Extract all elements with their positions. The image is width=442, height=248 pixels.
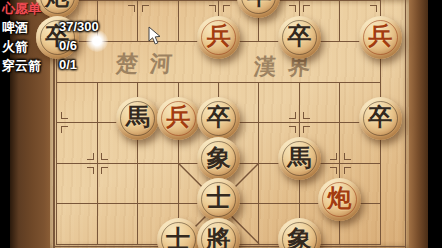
piece-black-soldier[interactable]: 卒 [278, 16, 321, 59]
game-screen: 楚河 漢界 炮卒卒兵卒兵馬兵卒卒象馬士炮士將象 心愿单 啤酒 37/300 火箭… [0, 0, 442, 248]
piece-glyph: 兵 [207, 24, 231, 48]
wishlist-item-label: 火箭 [2, 38, 59, 57]
position-marker [101, 167, 108, 174]
piece-black-advisor[interactable]: 士 [197, 178, 240, 221]
piece-glyph: 馬 [287, 146, 311, 170]
piece-glyph: 卒 [247, 0, 271, 8]
board-cell [137, 163, 177, 204]
piece-black-horse[interactable]: 馬 [278, 137, 321, 180]
position-marker [61, 126, 68, 133]
piece-glyph: 士 [166, 227, 190, 248]
position-marker [344, 153, 351, 160]
river-label-right: 漢界 [253, 52, 323, 82]
piece-glyph: 兵 [166, 105, 190, 129]
piece-glyph: 卒 [207, 105, 231, 129]
board-border-right [405, 0, 407, 248]
wishlist-item-count: 0/6 [59, 38, 77, 57]
wishlist-item-label: 啤酒 [2, 19, 59, 38]
piece-glyph: 馬 [126, 105, 150, 129]
position-marker [128, 5, 135, 12]
piece-black-horse[interactable]: 馬 [116, 97, 159, 140]
board-frame-right [409, 0, 428, 248]
piece-glyph: 象 [207, 146, 231, 170]
piece-red-soldier[interactable]: 兵 [157, 97, 200, 140]
piece-red-soldier[interactable]: 兵 [197, 16, 240, 59]
position-marker [87, 167, 94, 174]
piece-black-soldier[interactable]: 卒 [197, 97, 240, 140]
wishlist-item-rocket: 火箭 0/6 [2, 38, 99, 57]
piece-glyph: 象 [287, 227, 311, 248]
position-marker [303, 126, 310, 133]
river-label-left: 楚河 [115, 49, 185, 79]
wishlist-item-label: 穿云箭 [2, 57, 59, 76]
wishlist-item-count: 0/1 [59, 57, 77, 76]
wishlist-item-count: 37/300 [59, 19, 99, 38]
piece-red-cannon[interactable]: 炮 [318, 178, 361, 221]
piece-glyph: 卒 [287, 24, 311, 48]
board-cell [57, 203, 97, 244]
position-marker [330, 167, 337, 174]
position-marker [344, 167, 351, 174]
position-marker [303, 112, 310, 119]
position-marker [289, 5, 296, 12]
piece-glyph: 士 [207, 186, 231, 210]
piece-red-soldier[interactable]: 兵 [359, 16, 402, 59]
wishlist-title: 心愿单 [2, 0, 99, 19]
piece-glyph: 卒 [368, 105, 392, 129]
position-marker [330, 153, 337, 160]
position-marker [101, 153, 108, 160]
position-marker [87, 153, 94, 160]
piece-glyph: 兵 [368, 24, 392, 48]
board-cell [97, 203, 137, 244]
position-marker [223, 5, 230, 12]
position-marker [61, 112, 68, 119]
mouse-cursor-icon [148, 26, 162, 46]
position-marker [289, 126, 296, 133]
position-marker [370, 5, 377, 12]
position-marker [209, 5, 216, 12]
wishlist-item-beer: 啤酒 37/300 [2, 19, 99, 38]
piece-black-soldier[interactable]: 卒 [359, 97, 402, 140]
position-marker [289, 112, 296, 119]
piece-black-elephant[interactable]: 象 [197, 137, 240, 180]
position-marker [303, 5, 310, 12]
wishlist-panel: 心愿单 啤酒 37/300 火箭 0/6 穿云箭 0/1 [2, 0, 99, 76]
piece-glyph: 將 [207, 227, 231, 248]
position-marker [142, 5, 149, 12]
wishlist-item-arrow: 穿云箭 0/1 [2, 57, 99, 76]
piece-glyph: 炮 [328, 186, 352, 210]
